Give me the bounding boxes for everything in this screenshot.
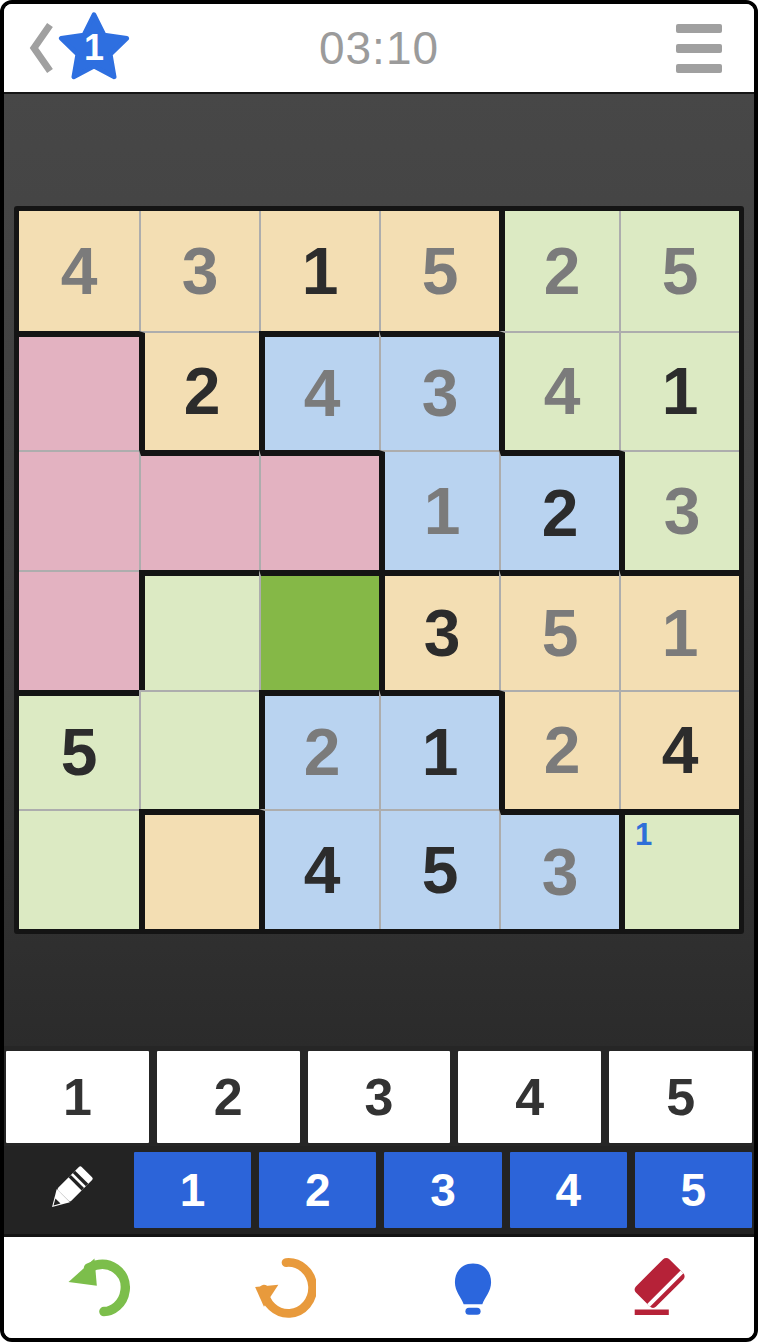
hamburger-icon [676, 44, 722, 53]
bottom-toolbar [4, 1234, 754, 1338]
cell-r1c3[interactable]: 1 [259, 211, 379, 331]
cell-value: 3 [422, 360, 459, 426]
cell-value: 4 [304, 837, 341, 903]
cell-r1c1[interactable]: 4 [19, 211, 139, 331]
cell-value: 2 [184, 358, 221, 424]
cell-r6c1[interactable] [19, 809, 139, 929]
cell-r4c4[interactable]: 3 [379, 570, 499, 690]
cell-value: 4 [544, 358, 581, 424]
eraser-icon [627, 1255, 693, 1321]
cell-r1c5[interactable]: 2 [499, 211, 619, 331]
cell-r5c3[interactable]: 2 [259, 690, 379, 810]
cell-r2c3[interactable]: 4 [259, 331, 379, 451]
cell-r2c1[interactable] [19, 331, 139, 451]
cell-r5c2[interactable] [139, 690, 259, 810]
cell-r3c6[interactable]: 3 [619, 450, 739, 570]
cell-r1c2[interactable]: 3 [139, 211, 259, 331]
pencil-icon [37, 1158, 101, 1222]
numpad-button-5[interactable]: 5 [609, 1051, 752, 1143]
cell-r5c1[interactable]: 5 [19, 690, 139, 810]
pencil-toggle-button[interactable] [4, 1146, 134, 1234]
cell-r1c6[interactable]: 5 [619, 211, 739, 331]
cell-r5c4[interactable]: 1 [379, 690, 499, 810]
cell-value: 4 [61, 238, 98, 304]
restart-arrow-icon [254, 1257, 316, 1319]
cell-value: 5 [662, 238, 699, 304]
cell-r3c4[interactable]: 1 [379, 450, 499, 570]
pencil-mark: 1 [635, 817, 652, 853]
app-window: 1 03:10 43152524341123351521244531 1 2 3… [0, 0, 758, 1342]
cell-r2c2[interactable]: 2 [139, 331, 259, 451]
numpad-button-1[interactable]: 1 [6, 1051, 149, 1143]
cell-value: 1 [424, 478, 461, 544]
lightbulb-icon [445, 1260, 501, 1316]
cell-r6c5[interactable]: 3 [499, 809, 619, 929]
cell-value: 3 [424, 600, 461, 666]
cell-value: 5 [61, 719, 98, 785]
cell-r1c4[interactable]: 5 [379, 211, 499, 331]
undo-button[interactable] [65, 1255, 131, 1321]
undo-arrow-icon [65, 1255, 131, 1321]
header: 1 03:10 [4, 4, 754, 94]
eraser-button[interactable] [627, 1255, 693, 1321]
cell-r3c3[interactable] [259, 450, 379, 570]
menu-button[interactable] [676, 4, 722, 92]
timer: 03:10 [4, 4, 754, 92]
cell-value: 2 [544, 238, 581, 304]
cell-value: 1 [302, 238, 339, 304]
number-pad: 1 2 3 4 5 [4, 1046, 754, 1146]
cell-value: 2 [544, 717, 581, 783]
hamburger-icon [676, 64, 722, 73]
cell-value: 5 [422, 238, 459, 304]
restart-button[interactable] [254, 1257, 316, 1319]
cell-value: 3 [542, 839, 579, 905]
pencil-number-button-1[interactable]: 1 [134, 1152, 251, 1228]
cell-r6c4[interactable]: 5 [379, 809, 499, 929]
cell-r4c2[interactable] [139, 570, 259, 690]
cell-r3c1[interactable] [19, 450, 139, 570]
pencil-number-button-2[interactable]: 2 [259, 1152, 376, 1228]
cell-r2c5[interactable]: 4 [499, 331, 619, 451]
cell-r2c4[interactable]: 3 [379, 331, 499, 451]
pencil-number-buttons: 1 2 3 4 5 [134, 1146, 754, 1234]
cell-value: 1 [662, 358, 699, 424]
pencil-number-button-3[interactable]: 3 [384, 1152, 501, 1228]
numpad-button-4[interactable]: 4 [458, 1051, 601, 1143]
cell-r6c2[interactable] [139, 809, 259, 929]
cell-value: 3 [182, 238, 219, 304]
cell-r3c5[interactable]: 2 [499, 450, 619, 570]
cell-r3c2[interactable] [139, 450, 259, 570]
board-area: 43152524341123351521244531 [4, 94, 754, 1046]
board-grid: 43152524341123351521244531 [14, 206, 744, 934]
numpad-button-3[interactable]: 3 [308, 1051, 451, 1143]
cell-value: 2 [542, 480, 579, 546]
cell-value: 4 [662, 717, 699, 783]
pencil-number-button-5[interactable]: 5 [635, 1152, 752, 1228]
cell-value: 5 [542, 600, 579, 666]
cell-value: 3 [664, 478, 701, 544]
numpad-button-2[interactable]: 2 [157, 1051, 300, 1143]
hamburger-icon [676, 24, 722, 33]
cell-r6c3[interactable]: 4 [259, 809, 379, 929]
cell-value: 2 [304, 719, 341, 785]
cell-r6c6[interactable]: 1 [619, 809, 739, 929]
cell-r2c6[interactable]: 1 [619, 331, 739, 451]
cell-r4c1[interactable] [19, 570, 139, 690]
cell-value: 1 [422, 719, 459, 785]
pencil-number-button-4[interactable]: 4 [510, 1152, 627, 1228]
cell-r5c6[interactable]: 4 [619, 690, 739, 810]
pencil-pad: 1 2 3 4 5 [4, 1146, 754, 1234]
cell-r4c5[interactable]: 5 [499, 570, 619, 690]
cell-value: 1 [662, 600, 699, 666]
hint-button[interactable] [445, 1260, 501, 1316]
cell-value: 5 [422, 837, 459, 903]
cell-r4c3[interactable] [259, 570, 379, 690]
cell-value: 4 [304, 360, 341, 426]
cell-r4c6[interactable]: 1 [619, 570, 739, 690]
cell-r5c5[interactable]: 2 [499, 690, 619, 810]
